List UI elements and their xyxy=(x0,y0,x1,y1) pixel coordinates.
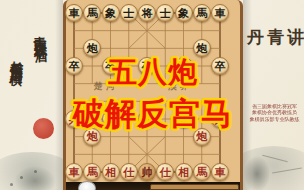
piece-character: 炮 xyxy=(87,131,98,142)
piece-black-車[interactable]: 車 xyxy=(211,4,229,22)
piece-character: 相 xyxy=(105,167,116,178)
piece-red-仕[interactable]: 仕 xyxy=(120,163,138,181)
piece-character: 馬 xyxy=(196,8,207,19)
piece-black-象[interactable]: 象 xyxy=(102,4,120,22)
piece-character: 象 xyxy=(178,8,189,19)
piece-character: 車 xyxy=(69,167,80,178)
piece-character: 仕 xyxy=(123,167,134,178)
piece-red-相[interactable]: 相 xyxy=(102,163,120,181)
piece-black-馬[interactable]: 馬 xyxy=(193,4,211,22)
video-thumbnail: 青山不厌三杯酒 长日惟消一局棋 丹青讲棋 省三届象棋比赛冠军 象棋协会优秀教练员… xyxy=(0,0,304,190)
piece-character: 車 xyxy=(215,167,226,178)
title-line-2: 破解反宫马 xyxy=(50,98,256,129)
channel-title: 丹青讲棋 xyxy=(247,26,304,49)
piece-character: 相 xyxy=(178,167,189,178)
title-line-1: 五八炮 xyxy=(63,58,243,87)
piece-character: 車 xyxy=(69,8,80,19)
piece-character: 馬 xyxy=(196,167,207,178)
piece-character: 帅 xyxy=(142,167,153,178)
piece-red-車[interactable]: 車 xyxy=(211,163,229,181)
piece-character: 炮 xyxy=(196,131,207,142)
piece-character: 士 xyxy=(123,8,134,19)
piece-red-相[interactable]: 相 xyxy=(175,163,193,181)
piece-character: 仕 xyxy=(160,167,171,178)
piece-character: 馬 xyxy=(87,167,98,178)
piece-red-帅[interactable]: 帅 xyxy=(138,163,156,181)
tree-dot xyxy=(10,183,13,186)
poem-column-right: 青山不厌三杯酒 xyxy=(33,26,47,41)
app-round-button[interactable] xyxy=(78,181,96,190)
piece-black-象[interactable]: 象 xyxy=(175,4,193,22)
poem-column-left: 长日惟消一局棋 xyxy=(11,51,25,66)
app-toolbar[interactable] xyxy=(150,184,239,190)
piece-black-士[interactable]: 士 xyxy=(120,4,138,22)
piece-character: 象 xyxy=(105,8,116,19)
tree-dot xyxy=(34,170,37,173)
piece-character: 炮 xyxy=(196,43,207,54)
tree-dot xyxy=(20,176,23,179)
piece-character: 炮 xyxy=(87,43,98,54)
piece-character: 将 xyxy=(142,8,153,19)
piece-red-車[interactable]: 車 xyxy=(65,163,83,181)
piece-red-馬[interactable]: 馬 xyxy=(193,163,211,181)
piece-black-将[interactable]: 将 xyxy=(138,4,156,22)
piece-character: 車 xyxy=(215,8,226,19)
piece-character: 士 xyxy=(160,8,171,19)
board-left-shadow xyxy=(55,0,63,190)
piece-character: 馬 xyxy=(87,8,98,19)
piece-black-車[interactable]: 車 xyxy=(65,4,83,22)
